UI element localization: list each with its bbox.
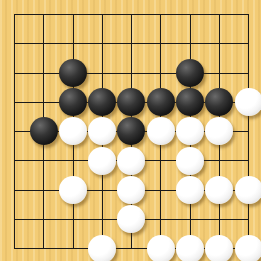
white-stone: [88, 147, 116, 175]
white-stone: [88, 235, 116, 261]
black-stone: [117, 117, 145, 145]
white-stone: [117, 176, 145, 204]
white-stone: [88, 117, 116, 145]
black-stone: [117, 88, 145, 116]
white-stone: [176, 176, 204, 204]
black-stone: [205, 88, 233, 116]
black-stone: [176, 88, 204, 116]
white-stone: [117, 147, 145, 175]
go-board[interactable]: [0, 0, 261, 261]
stones-layer: [0, 0, 261, 261]
white-stone: [235, 88, 261, 116]
black-stone: [88, 88, 116, 116]
white-stone: [205, 235, 233, 261]
white-stone: [205, 176, 233, 204]
white-stone: [176, 117, 204, 145]
white-stone: [235, 235, 261, 261]
white-stone: [59, 176, 87, 204]
white-stone: [205, 117, 233, 145]
white-stone: [117, 205, 145, 233]
white-stone: [176, 235, 204, 261]
black-stone: [59, 59, 87, 87]
white-stone: [235, 176, 261, 204]
white-stone: [176, 147, 204, 175]
black-stone: [30, 117, 58, 145]
white-stone: [59, 117, 87, 145]
white-stone: [147, 235, 175, 261]
black-stone: [59, 88, 87, 116]
black-stone: [147, 88, 175, 116]
white-stone: [147, 117, 175, 145]
black-stone: [176, 59, 204, 87]
